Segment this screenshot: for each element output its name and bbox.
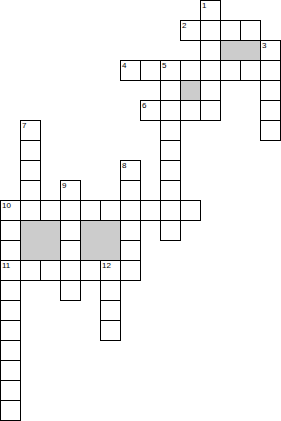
grid-cell-r13-c6[interactable] — [120, 260, 141, 281]
grid-cell-r13-c1[interactable] — [20, 260, 41, 281]
clue-number-8: 8 — [122, 162, 126, 170]
grid-cell-r3-c6[interactable]: 4 — [120, 60, 141, 81]
grid-cell-r6-c13[interactable] — [260, 120, 281, 141]
grid-cell-r3-c11[interactable] — [220, 60, 241, 81]
grid-cell-r1-c9[interactable]: 2 — [180, 20, 201, 41]
grid-cell-r12-c0[interactable] — [0, 240, 21, 261]
grid-cell-r10-c3[interactable] — [60, 200, 81, 221]
grid-cell-r8-c8[interactable] — [160, 160, 181, 181]
grid-cell-r9-c1[interactable] — [20, 180, 41, 201]
grid-cell-r11-c3[interactable] — [60, 220, 81, 241]
grid-cell-r20-c0[interactable] — [0, 400, 21, 421]
crossword-grid: 123456789101112 — [0, 0, 281, 421]
grid-cell-r8-c1[interactable] — [20, 160, 41, 181]
clue-number-1: 1 — [202, 2, 206, 10]
grid-cell-r6-c8[interactable] — [160, 120, 181, 141]
grid-cell-r10-c0[interactable]: 10 — [0, 200, 21, 221]
grid-cell-r13-c3[interactable] — [60, 260, 81, 281]
grid-cell-r11-c8[interactable] — [160, 220, 181, 241]
grid-cell-r10-c8[interactable] — [160, 200, 181, 221]
grid-cell-r12-c6[interactable] — [120, 240, 141, 261]
grid-cell-r14-c5[interactable] — [100, 280, 121, 301]
grid-cell-r17-c0[interactable] — [0, 340, 21, 361]
clue-number-3: 3 — [262, 42, 266, 50]
grid-cell-r6-c1[interactable]: 7 — [20, 120, 41, 141]
grid-cell-r13-c4[interactable] — [80, 260, 101, 281]
clue-number-5: 5 — [162, 62, 166, 70]
grid-cell-r2-c13[interactable]: 3 — [260, 40, 281, 61]
grid-cell-r4-c8[interactable] — [160, 80, 181, 101]
grid-cell-r3-c12[interactable] — [240, 60, 261, 81]
grid-cell-r5-c13[interactable] — [260, 100, 281, 121]
shaded-block — [180, 80, 201, 101]
grid-cell-r11-c0[interactable] — [0, 220, 21, 241]
grid-cell-r1-c11[interactable] — [220, 20, 241, 41]
grid-cell-r7-c1[interactable] — [20, 140, 41, 161]
grid-cell-r10-c5[interactable] — [100, 200, 121, 221]
grid-cell-r12-c3[interactable] — [60, 240, 81, 261]
clue-number-2: 2 — [182, 22, 186, 30]
grid-cell-r14-c3[interactable] — [60, 280, 81, 301]
grid-cell-r19-c0[interactable] — [0, 380, 21, 401]
grid-cell-r5-c7[interactable]: 6 — [140, 100, 161, 121]
grid-cell-r16-c0[interactable] — [0, 320, 21, 341]
grid-cell-r10-c7[interactable] — [140, 200, 161, 221]
clue-number-4: 4 — [122, 62, 126, 70]
clue-number-11: 11 — [2, 262, 10, 270]
clue-number-7: 7 — [22, 122, 26, 130]
grid-cell-r3-c7[interactable] — [140, 60, 161, 81]
grid-cell-r18-c0[interactable] — [0, 360, 21, 381]
clue-number-9: 9 — [62, 182, 66, 190]
shaded-block — [20, 220, 61, 261]
grid-cell-r3-c9[interactable] — [180, 60, 201, 81]
grid-cell-r5-c10[interactable] — [200, 100, 221, 121]
grid-cell-r9-c3[interactable]: 9 — [60, 180, 81, 201]
grid-cell-r3-c8[interactable]: 5 — [160, 60, 181, 81]
grid-cell-r14-c0[interactable] — [0, 280, 21, 301]
grid-cell-r13-c0[interactable]: 11 — [0, 260, 21, 281]
grid-cell-r7-c8[interactable] — [160, 140, 181, 161]
grid-cell-r9-c6[interactable] — [120, 180, 141, 201]
grid-cell-r15-c5[interactable] — [100, 300, 121, 321]
grid-cell-r9-c8[interactable] — [160, 180, 181, 201]
grid-cell-r5-c9[interactable] — [180, 100, 201, 121]
grid-cell-r2-c10[interactable] — [200, 40, 221, 61]
grid-cell-r3-c10[interactable] — [200, 60, 221, 81]
grid-cell-r13-c2[interactable] — [40, 260, 61, 281]
grid-cell-r0-c10[interactable]: 1 — [200, 0, 221, 21]
grid-cell-r10-c2[interactable] — [40, 200, 61, 221]
grid-cell-r16-c5[interactable] — [100, 320, 121, 341]
grid-cell-r1-c12[interactable] — [240, 20, 261, 41]
grid-cell-r10-c9[interactable] — [180, 200, 201, 221]
grid-cell-r11-c6[interactable] — [120, 220, 141, 241]
grid-cell-r13-c5[interactable]: 12 — [100, 260, 121, 281]
grid-cell-r10-c6[interactable] — [120, 200, 141, 221]
shaded-block — [220, 40, 261, 61]
grid-cell-r1-c10[interactable] — [200, 20, 221, 41]
grid-cell-r15-c0[interactable] — [0, 300, 21, 321]
grid-cell-r5-c8[interactable] — [160, 100, 181, 121]
shaded-block — [80, 220, 121, 261]
clue-number-6: 6 — [142, 102, 146, 110]
grid-cell-r3-c13[interactable] — [260, 60, 281, 81]
grid-cell-r4-c10[interactable] — [200, 80, 221, 101]
clue-number-10: 10 — [2, 202, 11, 210]
grid-cell-r4-c13[interactable] — [260, 80, 281, 101]
grid-cell-r10-c4[interactable] — [80, 200, 101, 221]
grid-cell-r8-c6[interactable]: 8 — [120, 160, 141, 181]
grid-cell-r10-c1[interactable] — [20, 200, 41, 221]
clue-number-12: 12 — [102, 262, 111, 270]
